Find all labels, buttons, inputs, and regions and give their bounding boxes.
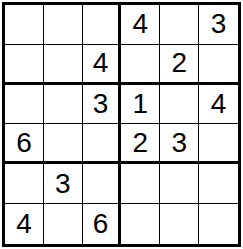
- sudoku-board: 4342314623346: [2, 2, 241, 247]
- cell-r6c6[interactable]: [199, 204, 238, 244]
- cell-r3c2[interactable]: [44, 85, 83, 125]
- cell-r2c3[interactable]: 4: [83, 45, 122, 85]
- cell-r1c4[interactable]: 4: [121, 5, 160, 45]
- cell-r2c2[interactable]: [44, 45, 83, 85]
- cell-r1c3[interactable]: [83, 5, 122, 45]
- cell-r1c6[interactable]: 3: [199, 5, 238, 45]
- cell-r2c6[interactable]: [199, 45, 238, 85]
- cell-r4c6[interactable]: [199, 124, 238, 164]
- cell-r6c4[interactable]: [121, 204, 160, 244]
- cell-r3c1[interactable]: [5, 85, 44, 125]
- cell-r5c1[interactable]: [5, 164, 44, 204]
- cell-r1c2[interactable]: [44, 5, 83, 45]
- cell-r5c6[interactable]: [199, 164, 238, 204]
- cell-r2c4[interactable]: [121, 45, 160, 85]
- cell-r2c5[interactable]: 2: [160, 45, 199, 85]
- cell-r5c3[interactable]: [83, 164, 122, 204]
- cell-r1c5[interactable]: [160, 5, 199, 45]
- cell-r5c5[interactable]: [160, 164, 199, 204]
- cell-r5c4[interactable]: [121, 164, 160, 204]
- cell-r6c5[interactable]: [160, 204, 199, 244]
- cell-r4c5[interactable]: 3: [160, 124, 199, 164]
- cell-r1c1[interactable]: [5, 5, 44, 45]
- cell-r3c6[interactable]: 4: [199, 85, 238, 125]
- cell-r6c3[interactable]: 6: [83, 204, 122, 244]
- cell-r4c2[interactable]: [44, 124, 83, 164]
- cell-r6c1[interactable]: 4: [5, 204, 44, 244]
- cell-r5c2[interactable]: 3: [44, 164, 83, 204]
- cell-r2c1[interactable]: [5, 45, 44, 85]
- cell-r3c5[interactable]: [160, 85, 199, 125]
- cell-r4c3[interactable]: [83, 124, 122, 164]
- cell-r6c2[interactable]: [44, 204, 83, 244]
- cell-r4c4[interactable]: 2: [121, 124, 160, 164]
- page: { "game": "sudoku", "variant": "6x6 with…: [0, 0, 243, 249]
- cell-r3c3[interactable]: 3: [83, 85, 122, 125]
- cell-r4c1[interactable]: 6: [5, 124, 44, 164]
- cell-r3c4[interactable]: 1: [121, 85, 160, 125]
